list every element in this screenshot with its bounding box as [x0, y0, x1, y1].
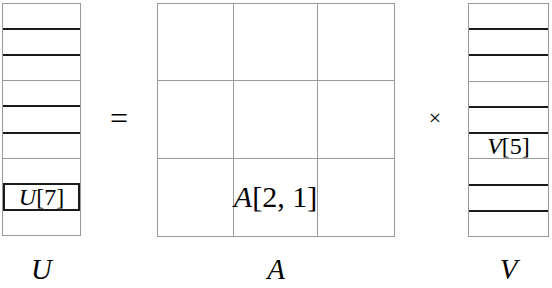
v-cell-6	[469, 159, 548, 185]
v-caption: V	[468, 252, 549, 286]
u-cell-8	[3, 211, 80, 235]
a-cell-2-1: A[2, 1]	[234, 159, 318, 236]
u-cell-7-label-letter: U	[19, 184, 36, 210]
u-cell-5	[3, 134, 80, 159]
v-cell-5-label-index: [5]	[502, 133, 530, 159]
v-cell-2	[469, 56, 548, 81]
a-cell-0-0	[158, 4, 234, 81]
u-cell-3	[3, 81, 80, 107]
u-cell-6	[3, 159, 80, 183]
u-vector: U[7]	[2, 3, 81, 236]
u-cell-4	[3, 107, 80, 133]
v-vector: V[5]	[468, 3, 549, 237]
u-cell-1	[3, 30, 80, 56]
v-cell-7	[469, 186, 548, 212]
a-cell-2-1-label-index: [2, 1]	[252, 180, 317, 213]
a-cell-2-2	[318, 159, 394, 236]
v-cell-5-label: V[5]	[487, 134, 530, 158]
u-caption: U	[2, 252, 81, 286]
v-cell-5: V[5]	[469, 134, 548, 159]
u-cell-7-label-index: [7]	[36, 184, 64, 210]
a-cell-0-1	[234, 4, 318, 81]
figure-canvas: U[7] = A[2, 1] × V[5] U A V	[0, 0, 552, 288]
equals-sign: =	[95, 96, 143, 140]
a-matrix: A[2, 1]	[157, 3, 395, 237]
a-cell-0-2	[318, 4, 394, 81]
v-cell-5-label-letter: V	[487, 133, 502, 159]
u-cell-7: U[7]	[3, 183, 80, 211]
a-cell-1-2	[318, 81, 394, 158]
v-cell-0	[469, 4, 548, 30]
a-cell-2-1-label-letter: A	[234, 180, 252, 213]
a-cell-2-0	[158, 159, 234, 236]
v-cell-4	[469, 108, 548, 134]
a-cell-1-0	[158, 81, 234, 158]
a-cell-1-1	[234, 81, 318, 158]
times-sign: ×	[413, 96, 457, 140]
v-cell-3	[469, 82, 548, 108]
u-cell-2	[3, 56, 80, 81]
u-cell-0	[3, 4, 80, 30]
v-cell-1	[469, 30, 548, 56]
u-cell-7-label: U[7]	[19, 185, 64, 209]
v-cell-8	[469, 212, 548, 236]
a-caption: A	[157, 252, 395, 286]
a-cell-2-1-label: A[2, 1]	[234, 182, 317, 212]
